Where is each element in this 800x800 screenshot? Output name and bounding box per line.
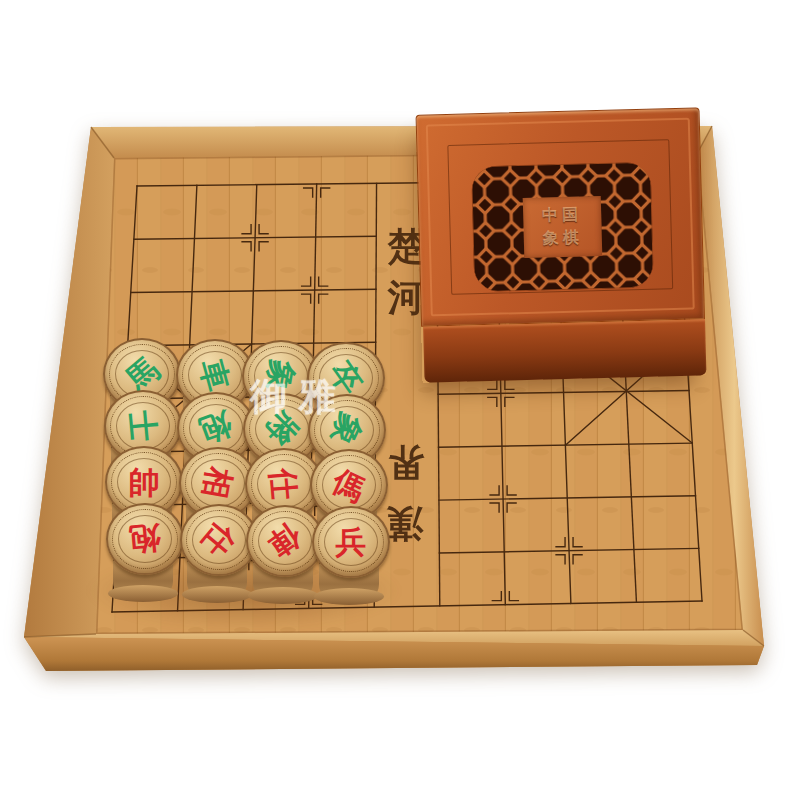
piece-stack-俥[interactable]: 俥: [246, 505, 320, 617]
product-photo-scene: 楚 河 界 漢 馬車象卒士炮將象帥相仕傌炮仕俥兵: [0, 0, 800, 800]
piece-stack-仕[interactable]: 仕: [180, 504, 254, 616]
piece-character: 炮: [105, 502, 185, 576]
piece-stack-炮[interactable]: 炮: [106, 503, 180, 615]
piece-character: 兵: [314, 508, 388, 576]
piece-top-face[interactable]: 炮: [106, 503, 184, 575]
piece-stacks-cluster[interactable]: 馬車象卒士炮將象帥相仕傌炮仕俥兵: [0, 0, 800, 800]
piece-top-face[interactable]: 兵: [312, 506, 390, 578]
piece-stack-兵[interactable]: 兵: [312, 506, 386, 618]
